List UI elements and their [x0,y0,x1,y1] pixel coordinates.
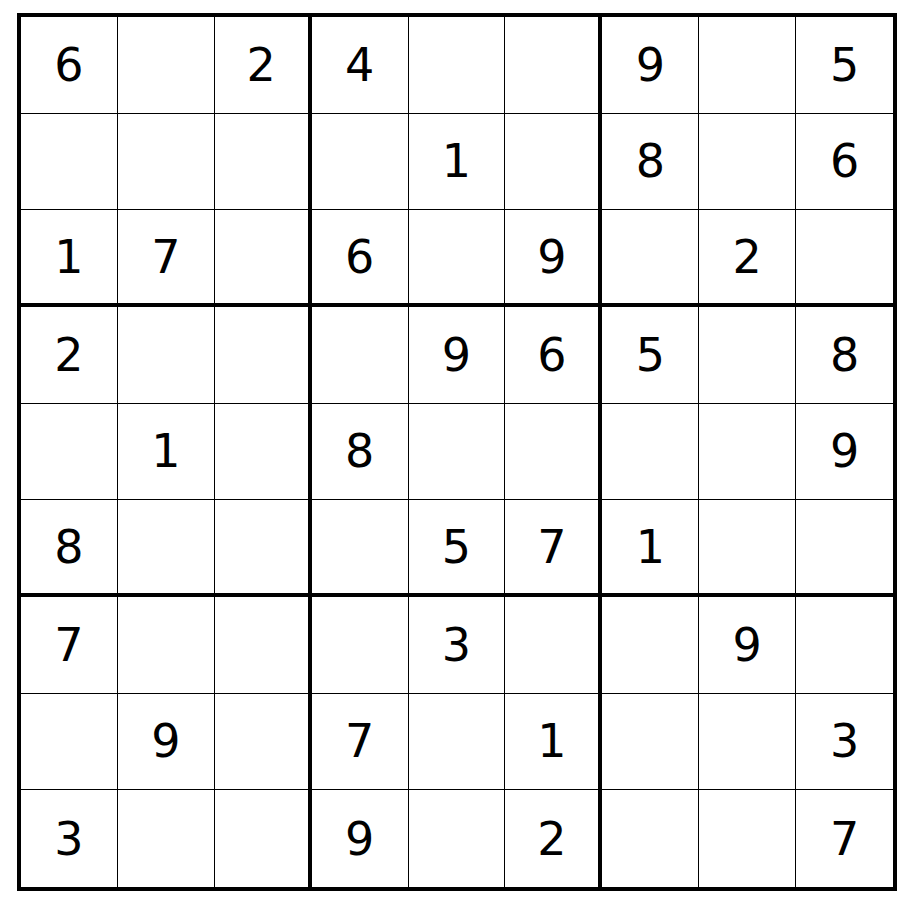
sudoku-board: 624951861769229658189857173997133927 [17,13,897,891]
sudoku-cell-r6c3[interactable] [215,500,312,597]
sudoku-cell-r7c2[interactable] [118,597,215,694]
sudoku-cell-r2c9: 6 [796,114,893,211]
sudoku-cell-r2c7: 8 [602,114,699,211]
sudoku-cell-r4c1: 2 [21,307,118,404]
sudoku-cell-r8c7[interactable] [602,694,699,791]
sudoku-cell-r4c6: 6 [505,307,602,404]
sudoku-cell-r2c2[interactable] [118,114,215,211]
sudoku-cell-r8c2: 9 [118,694,215,791]
sudoku-cell-r1c5[interactable] [409,17,506,114]
sudoku-cell-r7c8: 9 [699,597,796,694]
sudoku-cell-r8c4: 7 [312,694,409,791]
sudoku-cell-r7c4[interactable] [312,597,409,694]
sudoku-cell-r7c1: 7 [21,597,118,694]
sudoku-cell-r2c6[interactable] [505,114,602,211]
sudoku-cell-r6c7: 1 [602,500,699,597]
sudoku-cell-r1c9: 5 [796,17,893,114]
sudoku-cell-r5c7[interactable] [602,404,699,501]
sudoku-cell-r9c8[interactable] [699,790,796,887]
sudoku-cell-r4c2[interactable] [118,307,215,404]
sudoku-cell-r9c7[interactable] [602,790,699,887]
sudoku-cell-r9c5[interactable] [409,790,506,887]
sudoku-cell-r2c8[interactable] [699,114,796,211]
sudoku-cell-r5c2: 1 [118,404,215,501]
sudoku-cell-r9c9: 7 [796,790,893,887]
sudoku-cell-r3c3[interactable] [215,210,312,307]
sudoku-cell-r1c4: 4 [312,17,409,114]
sudoku-cell-r7c9[interactable] [796,597,893,694]
sudoku-cell-r3c5[interactable] [409,210,506,307]
sudoku-cell-r6c1: 8 [21,500,118,597]
sudoku-cell-r9c1: 3 [21,790,118,887]
sudoku-cell-r1c8[interactable] [699,17,796,114]
sudoku-cell-r4c5: 9 [409,307,506,404]
sudoku-cell-r7c5: 3 [409,597,506,694]
sudoku-cell-r1c7: 9 [602,17,699,114]
sudoku-cell-r4c9: 8 [796,307,893,404]
sudoku-cell-r6c6: 7 [505,500,602,597]
sudoku-cell-r5c3[interactable] [215,404,312,501]
sudoku-cell-r3c4: 6 [312,210,409,307]
sudoku-cell-r8c5[interactable] [409,694,506,791]
sudoku-cell-r5c9: 9 [796,404,893,501]
sudoku-cell-r9c4: 9 [312,790,409,887]
sudoku-cell-r8c9: 3 [796,694,893,791]
sudoku-cell-r3c9[interactable] [796,210,893,307]
sudoku-cell-r6c5: 5 [409,500,506,597]
sudoku-cell-r1c2[interactable] [118,17,215,114]
sudoku-cell-r9c6: 2 [505,790,602,887]
sudoku-cell-r2c5: 1 [409,114,506,211]
sudoku-cell-r4c8[interactable] [699,307,796,404]
sudoku-cell-r4c4[interactable] [312,307,409,404]
sudoku-cell-r6c9[interactable] [796,500,893,597]
sudoku-cell-r8c8[interactable] [699,694,796,791]
sudoku-cell-r4c3[interactable] [215,307,312,404]
sudoku-cell-r3c1: 1 [21,210,118,307]
sudoku-cell-r3c8: 2 [699,210,796,307]
sudoku-cell-r9c3[interactable] [215,790,312,887]
sudoku-cell-r2c1[interactable] [21,114,118,211]
sudoku-cell-r5c1[interactable] [21,404,118,501]
sudoku-cell-r5c4: 8 [312,404,409,501]
sudoku-cell-r2c3[interactable] [215,114,312,211]
sudoku-cell-r8c1[interactable] [21,694,118,791]
sudoku-cell-r5c8[interactable] [699,404,796,501]
sudoku-cell-r1c3: 2 [215,17,312,114]
sudoku-cell-r1c6[interactable] [505,17,602,114]
sudoku-cell-r3c7[interactable] [602,210,699,307]
sudoku-cell-r3c2: 7 [118,210,215,307]
sudoku-cell-r7c7[interactable] [602,597,699,694]
sudoku-cell-r7c3[interactable] [215,597,312,694]
sudoku-cell-r8c6: 1 [505,694,602,791]
sudoku-cell-r9c2[interactable] [118,790,215,887]
sudoku-cell-r4c7: 5 [602,307,699,404]
sudoku-cell-r8c3[interactable] [215,694,312,791]
sudoku-cell-r6c4[interactable] [312,500,409,597]
sudoku-cell-r1c1: 6 [21,17,118,114]
sudoku-cell-r5c5[interactable] [409,404,506,501]
sudoku-cell-r6c2[interactable] [118,500,215,597]
sudoku-cell-r5c6[interactable] [505,404,602,501]
sudoku-cell-r7c6[interactable] [505,597,602,694]
sudoku-cell-r6c8[interactable] [699,500,796,597]
sudoku-cell-r3c6: 9 [505,210,602,307]
sudoku-cell-r2c4[interactable] [312,114,409,211]
